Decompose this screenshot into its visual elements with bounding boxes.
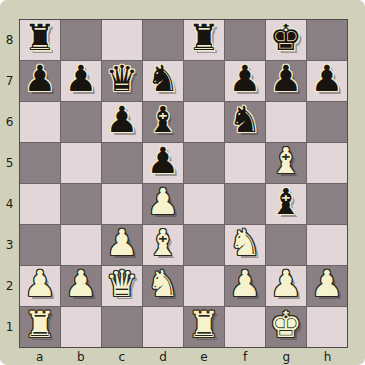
rank-label-5: 5 <box>0 142 19 183</box>
square-g6[interactable] <box>266 102 306 142</box>
square-b1[interactable] <box>61 307 101 347</box>
file-label-a: a <box>19 348 60 365</box>
square-a6[interactable] <box>20 102 60 142</box>
square-h7[interactable]: ♟ <box>307 61 347 101</box>
square-c5[interactable] <box>102 143 142 183</box>
piece-white-pawn[interactable]: ♟ <box>106 225 138 261</box>
square-d7[interactable]: ♞ <box>143 61 183 101</box>
piece-black-pawn[interactable]: ♟ <box>106 102 138 138</box>
piece-black-bishop[interactable]: ♝ <box>147 102 179 138</box>
file-label-b: b <box>60 348 101 365</box>
piece-black-pawn[interactable]: ♟ <box>65 61 97 97</box>
piece-white-pawn[interactable]: ♟ <box>24 266 56 302</box>
file-label-e: e <box>184 348 225 365</box>
square-f1[interactable] <box>225 307 265 347</box>
square-g3[interactable] <box>266 225 306 265</box>
square-h4[interactable] <box>307 184 347 224</box>
rank-coordinates: 87654321 <box>0 19 19 348</box>
square-c7[interactable]: ♛ <box>102 61 142 101</box>
square-c3[interactable]: ♟ <box>102 225 142 265</box>
square-f5[interactable] <box>225 143 265 183</box>
square-b7[interactable]: ♟ <box>61 61 101 101</box>
piece-white-knight[interactable]: ♞ <box>147 266 179 302</box>
square-b5[interactable] <box>61 143 101 183</box>
square-g1[interactable]: ♚ <box>266 307 306 347</box>
piece-white-bishop[interactable]: ♝ <box>147 225 179 261</box>
piece-black-pawn[interactable]: ♟ <box>311 61 343 97</box>
square-f6[interactable]: ♞ <box>225 102 265 142</box>
square-a1[interactable]: ♜ <box>20 307 60 347</box>
square-e1[interactable]: ♜ <box>184 307 224 347</box>
piece-black-king[interactable]: ♚ <box>270 20 302 56</box>
square-g4[interactable]: ♝ <box>266 184 306 224</box>
square-d6[interactable]: ♝ <box>143 102 183 142</box>
square-e2[interactable] <box>184 266 224 306</box>
square-c2[interactable]: ♛ <box>102 266 142 306</box>
square-e8[interactable]: ♜ <box>184 20 224 60</box>
square-g7[interactable]: ♟ <box>266 61 306 101</box>
square-g5[interactable]: ♝ <box>266 143 306 183</box>
rank-label-3: 3 <box>0 225 19 266</box>
square-e6[interactable] <box>184 102 224 142</box>
rank-label-2: 2 <box>0 266 19 307</box>
square-b4[interactable] <box>61 184 101 224</box>
piece-black-pawn[interactable]: ♟ <box>147 143 179 179</box>
file-coordinates: abcdefgh <box>19 348 348 365</box>
rank-label-1: 1 <box>0 307 19 348</box>
square-e3[interactable] <box>184 225 224 265</box>
square-d4[interactable]: ♟ <box>143 184 183 224</box>
piece-white-knight[interactable]: ♞ <box>229 225 261 261</box>
piece-black-bishop[interactable]: ♝ <box>270 184 302 220</box>
square-c8[interactable] <box>102 20 142 60</box>
piece-black-queen[interactable]: ♛ <box>106 61 138 97</box>
file-label-c: c <box>101 348 142 365</box>
square-c4[interactable] <box>102 184 142 224</box>
chess-diagram: 87654321 abcdefgh ♜♜♚♟♟♛♞♟♟♟♟♝♞♟♝♟♝♟♝♞♟♟… <box>0 0 365 365</box>
rank-label-7: 7 <box>0 60 19 101</box>
square-e4[interactable] <box>184 184 224 224</box>
square-f8[interactable] <box>225 20 265 60</box>
rank-label-8: 8 <box>0 19 19 60</box>
piece-black-knight[interactable]: ♞ <box>147 61 179 97</box>
square-f7[interactable]: ♟ <box>225 61 265 101</box>
piece-white-rook[interactable]: ♜ <box>24 307 56 343</box>
square-d1[interactable] <box>143 307 183 347</box>
square-d2[interactable]: ♞ <box>143 266 183 306</box>
rank-label-6: 6 <box>0 101 19 142</box>
piece-white-pawn[interactable]: ♟ <box>229 266 261 302</box>
piece-white-pawn[interactable]: ♟ <box>65 266 97 302</box>
square-b6[interactable] <box>61 102 101 142</box>
piece-black-pawn[interactable]: ♟ <box>270 61 302 97</box>
piece-white-rook[interactable]: ♜ <box>188 307 220 343</box>
rank-label-4: 4 <box>0 184 19 225</box>
piece-black-pawn[interactable]: ♟ <box>229 61 261 97</box>
square-e7[interactable] <box>184 61 224 101</box>
chess-board: ♜♜♚♟♟♛♞♟♟♟♟♝♞♟♝♟♝♟♝♞♟♟♛♞♟♟♟♜♜♚ <box>19 19 348 348</box>
square-h6[interactable] <box>307 102 347 142</box>
piece-white-king[interactable]: ♚ <box>270 307 302 343</box>
square-f3[interactable]: ♞ <box>225 225 265 265</box>
piece-black-pawn[interactable]: ♟ <box>24 61 56 97</box>
file-label-d: d <box>142 348 183 365</box>
square-g2[interactable]: ♟ <box>266 266 306 306</box>
square-h3[interactable] <box>307 225 347 265</box>
square-b3[interactable] <box>61 225 101 265</box>
piece-white-pawn[interactable]: ♟ <box>311 266 343 302</box>
file-label-g: g <box>266 348 307 365</box>
square-d5[interactable]: ♟ <box>143 143 183 183</box>
square-h1[interactable] <box>307 307 347 347</box>
square-d8[interactable] <box>143 20 183 60</box>
square-c1[interactable] <box>102 307 142 347</box>
square-h8[interactable] <box>307 20 347 60</box>
square-a5[interactable] <box>20 143 60 183</box>
square-b2[interactable]: ♟ <box>61 266 101 306</box>
piece-black-knight[interactable]: ♞ <box>229 102 261 138</box>
square-b8[interactable] <box>61 20 101 60</box>
square-a8[interactable]: ♜ <box>20 20 60 60</box>
file-label-f: f <box>225 348 266 365</box>
piece-white-queen[interactable]: ♛ <box>106 266 138 302</box>
square-c6[interactable]: ♟ <box>102 102 142 142</box>
piece-black-rook[interactable]: ♜ <box>24 20 56 56</box>
square-a4[interactable] <box>20 184 60 224</box>
square-a2[interactable]: ♟ <box>20 266 60 306</box>
piece-black-rook[interactable]: ♜ <box>188 20 220 56</box>
square-f2[interactable]: ♟ <box>225 266 265 306</box>
square-f4[interactable] <box>225 184 265 224</box>
file-label-h: h <box>307 348 348 365</box>
square-e5[interactable] <box>184 143 224 183</box>
piece-white-bishop[interactable]: ♝ <box>270 143 302 179</box>
square-a3[interactable] <box>20 225 60 265</box>
square-h5[interactable] <box>307 143 347 183</box>
square-a7[interactable]: ♟ <box>20 61 60 101</box>
piece-white-pawn[interactable]: ♟ <box>270 266 302 302</box>
square-g8[interactable]: ♚ <box>266 20 306 60</box>
square-h2[interactable]: ♟ <box>307 266 347 306</box>
piece-white-pawn[interactable]: ♟ <box>147 184 179 220</box>
square-d3[interactable]: ♝ <box>143 225 183 265</box>
